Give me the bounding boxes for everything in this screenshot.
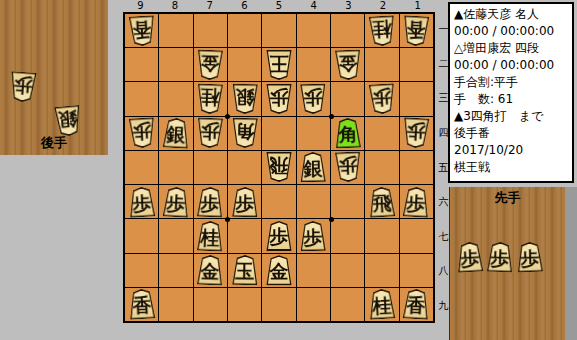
piece-glyph: 歩: [132, 122, 152, 142]
game-info-panel: ▲佐藤天彦 名人 00:00 / 00:00:00 △増田康宏 四段 00:00…: [448, 2, 574, 183]
piece-fu[interactable]: 歩: [516, 242, 543, 273]
square-7-9[interactable]: [194, 288, 227, 321]
piece-fu[interactable]: 歩: [197, 118, 224, 149]
turn-line: 後手番: [454, 125, 572, 142]
file-label: 9: [123, 0, 158, 12]
piece-glyph: 歩: [269, 227, 288, 246]
file-label: 2: [366, 0, 401, 12]
piece-kei[interactable]: 桂: [368, 15, 396, 46]
piece-kin[interactable]: 金: [334, 49, 361, 80]
piece-glyph: 銀: [235, 88, 254, 107]
square-2-8[interactable]: [365, 254, 398, 287]
sente-captured-tray: 先手 歩歩歩: [449, 187, 565, 340]
piece-fu[interactable]: 歩: [486, 242, 513, 273]
square-5-8[interactable]: 金: [262, 254, 295, 287]
sente-clock: 00:00 / 00:00:00: [454, 23, 572, 40]
square-9-8[interactable]: [125, 254, 158, 287]
piece-gin[interactable]: 銀: [54, 105, 83, 137]
file-labels: 987654321: [123, 0, 435, 12]
square-3-5[interactable]: 歩: [331, 151, 364, 184]
square-9-1[interactable]: 香: [125, 14, 158, 47]
piece-kin[interactable]: 金: [197, 49, 224, 80]
piece-glyph: 歩: [490, 248, 510, 268]
square-3-9[interactable]: [331, 288, 364, 321]
square-4-3[interactable]: 歩: [297, 82, 330, 115]
piece-hisha[interactable]: 飛: [266, 152, 292, 182]
piece-glyph: 歩: [200, 193, 220, 213]
square-2-2[interactable]: [365, 48, 398, 81]
square-3-6[interactable]: [331, 185, 364, 218]
file-label: 1: [400, 0, 435, 12]
square-5-5[interactable]: 飛: [262, 151, 295, 184]
file-label: 7: [192, 0, 227, 12]
piece-glyph: 玉: [235, 261, 254, 280]
piece-fu[interactable]: 歩: [128, 186, 156, 217]
piece-glyph: 香: [406, 20, 426, 40]
piece-kyo[interactable]: 香: [128, 289, 156, 320]
square-4-9[interactable]: [297, 288, 330, 321]
piece-fu[interactable]: 歩: [334, 152, 361, 183]
file-label: 3: [331, 0, 366, 12]
square-3-4[interactable]: 角: [331, 117, 364, 150]
square-3-3[interactable]: [331, 82, 364, 115]
sente-tray-label: 先手: [450, 189, 565, 207]
piece-hisha[interactable]: 飛: [368, 186, 396, 217]
square-2-5[interactable]: [365, 151, 398, 184]
piece-glyph: 香: [132, 20, 152, 40]
piece-glyph: 銀: [58, 110, 79, 131]
square-5-1[interactable]: [262, 14, 295, 47]
piece-glyph: 歩: [304, 227, 323, 246]
piece-glyph: 歩: [235, 193, 254, 212]
tray-shadow: [565, 187, 577, 340]
square-6-6[interactable]: 歩: [228, 185, 261, 218]
piece-glyph: 金: [338, 54, 358, 74]
piece-glyph: 歩: [460, 248, 480, 268]
piece-glyph: 銀: [166, 124, 186, 144]
square-6-2[interactable]: [228, 48, 261, 81]
square-1-4[interactable]: 歩: [400, 117, 433, 150]
square-2-6[interactable]: 飛: [365, 185, 398, 218]
piece-kin[interactable]: 金: [266, 255, 292, 285]
gote-tray-label: 後手: [0, 134, 108, 152]
square-9-6[interactable]: 歩: [125, 185, 158, 218]
square-7-3[interactable]: 桂: [194, 82, 227, 115]
piece-fu[interactable]: 歩: [403, 118, 431, 149]
piece-glyph: 香: [406, 295, 426, 315]
piece-glyph: 銀: [304, 159, 323, 178]
square-8-7[interactable]: [159, 219, 192, 252]
hoshi-dot: [329, 114, 334, 119]
square-9-3[interactable]: [125, 82, 158, 115]
square-8-8[interactable]: [159, 254, 192, 287]
gote-player-name: △増田康宏 四段: [454, 40, 572, 57]
piece-glyph: 歩: [269, 89, 288, 108]
square-8-2[interactable]: [159, 48, 192, 81]
file-label: 5: [262, 0, 297, 12]
square-4-2[interactable]: [297, 48, 330, 81]
sente-hand-pieces: 歩歩歩: [457, 242, 543, 272]
square-4-7[interactable]: 歩: [297, 219, 330, 252]
square-6-9[interactable]: [228, 288, 261, 321]
piece-glyph: 歩: [406, 122, 426, 142]
file-label: 6: [227, 0, 262, 12]
piece-glyph: 香: [132, 295, 152, 315]
square-6-7[interactable]: [228, 219, 261, 252]
hoshi-dot: [329, 217, 334, 222]
gote-clock: 00:00 / 00:00:00: [454, 57, 572, 74]
piece-glyph: 歩: [201, 122, 221, 142]
piece-fu[interactable]: 歩: [128, 118, 156, 149]
square-1-3[interactable]: [400, 82, 433, 115]
square-9-9[interactable]: 香: [125, 288, 158, 321]
piece-fu[interactable]: 歩: [266, 221, 292, 251]
square-1-9[interactable]: 香: [400, 288, 433, 321]
square-7-8[interactable]: 金: [194, 254, 227, 287]
piece-gin[interactable]: 銀: [162, 118, 190, 149]
square-8-3[interactable]: [159, 82, 192, 115]
square-5-9[interactable]: [262, 288, 295, 321]
square-2-3[interactable]: 歩: [365, 82, 398, 115]
hoshi-dot: [225, 217, 230, 222]
square-8-6[interactable]: 歩: [159, 185, 192, 218]
piece-fu[interactable]: 歩: [368, 83, 396, 114]
piece-glyph: 飛: [372, 193, 392, 213]
file-label: 4: [296, 0, 331, 12]
square-4-6[interactable]: [297, 185, 330, 218]
square-1-8[interactable]: [400, 254, 433, 287]
piece-kei[interactable]: 桂: [197, 84, 224, 115]
piece-glyph: 歩: [406, 193, 426, 213]
square-3-1[interactable]: [331, 14, 364, 47]
piece-glyph: 歩: [304, 88, 323, 107]
piece-glyph: 桂: [372, 295, 392, 315]
square-5-6[interactable]: [262, 185, 295, 218]
square-6-1[interactable]: [228, 14, 261, 47]
piece-glyph: 歩: [520, 248, 540, 268]
square-2-4[interactable]: [365, 117, 398, 150]
piece-kyo[interactable]: 香: [403, 289, 431, 320]
last-move-line: ▲3四角打 まで: [454, 108, 572, 125]
square-1-1[interactable]: 香: [400, 14, 433, 47]
square-8-5[interactable]: [159, 151, 192, 184]
square-7-4[interactable]: 歩: [194, 117, 227, 150]
piece-fu[interactable]: 歩: [162, 186, 190, 217]
square-1-6[interactable]: 歩: [400, 185, 433, 218]
piece-ou[interactable]: 王: [266, 50, 292, 80]
piece-glyph: 歩: [372, 88, 392, 108]
piece-kaku[interactable]: 角: [231, 118, 258, 148]
piece-fu[interactable]: 歩: [266, 84, 292, 114]
shogi-app: 歩銀 後手 987654321 一二三四五六七八九 香桂香金王金桂銀歩歩歩歩銀歩…: [0, 0, 577, 340]
piece-fu[interactable]: 歩: [456, 241, 484, 272]
sente-player-name: ▲佐藤天彦 名人: [454, 6, 572, 23]
square-6-3[interactable]: 銀: [228, 82, 261, 115]
square-3-8[interactable]: [331, 254, 364, 287]
piece-fu[interactable]: 歩: [300, 221, 327, 251]
piece-fu[interactable]: 歩: [231, 186, 258, 216]
square-5-3[interactable]: 歩: [262, 82, 295, 115]
piece-glyph: 歩: [166, 193, 186, 213]
piece-glyph: 角: [235, 123, 254, 142]
square-7-2[interactable]: 金: [194, 48, 227, 81]
piece-glyph: 金: [269, 262, 288, 281]
piece-glyph: 桂: [201, 88, 221, 108]
piece-gin[interactable]: 銀: [231, 84, 258, 114]
square-7-7[interactable]: 桂: [194, 219, 227, 252]
move-count-line: 手 数: 61: [454, 91, 572, 108]
file-label: 8: [158, 0, 193, 12]
piece-fu[interactable]: 歩: [300, 84, 327, 114]
square-9-2[interactable]: [125, 48, 158, 81]
square-1-5[interactable]: [400, 151, 433, 184]
square-4-5[interactable]: 銀: [297, 151, 330, 184]
piece-glyph: 金: [201, 54, 221, 74]
piece-glyph: 歩: [338, 157, 358, 177]
piece-glyph: 歩: [132, 193, 152, 213]
piece-kaku[interactable]: 角: [334, 118, 361, 149]
square-5-4[interactable]: [262, 117, 295, 150]
piece-glyph: 歩: [13, 76, 33, 96]
square-3-2[interactable]: 金: [331, 48, 364, 81]
square-7-6[interactable]: 歩: [194, 185, 227, 218]
square-8-9[interactable]: [159, 288, 192, 321]
piece-gyoku[interactable]: 玉: [231, 255, 258, 285]
shogi-board: 香桂香金王金桂銀歩歩歩歩銀歩角角歩飛銀歩歩歩歩歩飛歩桂歩歩金玉金香桂香: [123, 12, 435, 323]
piece-fu[interactable]: 歩: [403, 186, 431, 217]
square-3-7[interactable]: [331, 219, 364, 252]
piece-glyph: 桂: [372, 20, 392, 40]
square-6-5[interactable]: [228, 151, 261, 184]
piece-kei[interactable]: 桂: [368, 289, 396, 320]
square-6-8[interactable]: 玉: [228, 254, 261, 287]
square-8-4[interactable]: 銀: [159, 117, 192, 150]
piece-kei[interactable]: 桂: [197, 220, 224, 251]
square-7-1[interactable]: [194, 14, 227, 47]
handicap-line: 手合割:平手: [454, 74, 572, 91]
square-9-4[interactable]: 歩: [125, 117, 158, 150]
piece-glyph: 王: [269, 54, 288, 73]
piece-fu[interactable]: 歩: [9, 71, 37, 103]
date-line: 2017/10/20: [454, 142, 572, 159]
piece-kyo[interactable]: 香: [128, 15, 156, 46]
piece-kyo[interactable]: 香: [403, 15, 431, 46]
square-4-8[interactable]: [297, 254, 330, 287]
square-6-4[interactable]: 角: [228, 117, 261, 150]
piece-fu[interactable]: 歩: [197, 186, 224, 217]
square-4-1[interactable]: [297, 14, 330, 47]
square-2-7[interactable]: [365, 219, 398, 252]
square-1-2[interactable]: [400, 48, 433, 81]
square-5-7[interactable]: 歩: [262, 219, 295, 252]
piece-gin[interactable]: 銀: [300, 152, 327, 182]
gote-captured-tray: 歩銀 後手: [0, 0, 108, 155]
square-8-1[interactable]: [159, 14, 192, 47]
square-9-7[interactable]: [125, 219, 158, 252]
square-5-2[interactable]: 王: [262, 48, 295, 81]
square-4-4[interactable]: [297, 117, 330, 150]
piece-glyph: 桂: [200, 227, 220, 247]
square-7-5[interactable]: [194, 151, 227, 184]
square-9-5[interactable]: [125, 151, 158, 184]
square-2-9[interactable]: 桂: [365, 288, 398, 321]
piece-kin[interactable]: 金: [197, 255, 224, 286]
event-line: 棋王戦: [454, 159, 572, 176]
piece-glyph: 角: [338, 124, 358, 144]
square-2-1[interactable]: 桂: [365, 14, 398, 47]
hoshi-dot: [225, 114, 230, 119]
piece-glyph: 飛: [269, 157, 288, 176]
square-1-7[interactable]: [400, 219, 433, 252]
piece-glyph: 金: [200, 261, 220, 281]
